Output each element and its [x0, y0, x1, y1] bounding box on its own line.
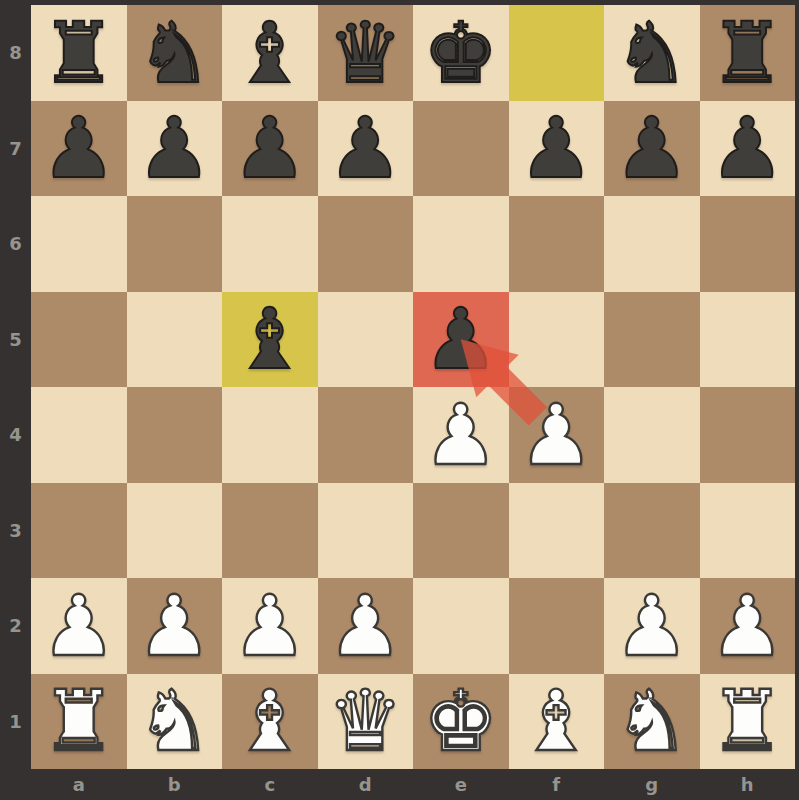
square-h3[interactable] — [700, 483, 796, 579]
white-rook[interactable]: ♜ — [710, 679, 785, 763]
file-label-b: b — [127, 769, 223, 800]
square-d6[interactable] — [318, 196, 414, 292]
square-a1[interactable]: ♜ — [31, 674, 127, 770]
square-e3[interactable] — [413, 483, 509, 579]
white-pawn[interactable]: ♟ — [519, 393, 594, 477]
white-pawn[interactable]: ♟ — [328, 584, 403, 668]
white-bishop[interactable]: ♝ — [232, 679, 307, 763]
square-e8[interactable]: ♚ — [413, 5, 509, 101]
square-d5[interactable] — [318, 292, 414, 388]
black-bishop[interactable]: ♝ — [232, 11, 307, 95]
square-g2[interactable]: ♟ — [604, 578, 700, 674]
square-e2[interactable] — [413, 578, 509, 674]
square-a2[interactable]: ♟ — [31, 578, 127, 674]
rank-label-1: 1 — [0, 674, 31, 770]
square-h8[interactable]: ♜ — [700, 5, 796, 101]
square-a7[interactable]: ♟ — [31, 101, 127, 197]
square-c5[interactable]: ♝ — [222, 292, 318, 388]
square-f5[interactable] — [509, 292, 605, 388]
file-label-e: e — [413, 769, 509, 800]
square-c7[interactable]: ♟ — [222, 101, 318, 197]
file-label-f: f — [509, 769, 605, 800]
square-e4[interactable]: ♟ — [413, 387, 509, 483]
square-h7[interactable]: ♟ — [700, 101, 796, 197]
square-c3[interactable] — [222, 483, 318, 579]
white-pawn[interactable]: ♟ — [423, 393, 498, 477]
black-knight[interactable]: ♞ — [614, 11, 689, 95]
square-g7[interactable]: ♟ — [604, 101, 700, 197]
square-a4[interactable] — [31, 387, 127, 483]
white-knight[interactable]: ♞ — [137, 679, 212, 763]
square-d8[interactable]: ♛ — [318, 5, 414, 101]
black-pawn[interactable]: ♟ — [519, 106, 594, 190]
square-g3[interactable] — [604, 483, 700, 579]
black-king[interactable]: ♚ — [423, 11, 498, 95]
white-bishop[interactable]: ♝ — [519, 679, 594, 763]
white-pawn[interactable]: ♟ — [614, 584, 689, 668]
square-b4[interactable] — [127, 387, 223, 483]
square-b7[interactable]: ♟ — [127, 101, 223, 197]
square-e1[interactable]: ♚ — [413, 674, 509, 770]
square-b8[interactable]: ♞ — [127, 5, 223, 101]
square-d2[interactable]: ♟ — [318, 578, 414, 674]
square-f4[interactable]: ♟ — [509, 387, 605, 483]
white-queen[interactable]: ♛ — [328, 679, 403, 763]
black-rook[interactable]: ♜ — [710, 11, 785, 95]
rank-label-3: 3 — [0, 483, 31, 579]
square-e7[interactable] — [413, 101, 509, 197]
square-a8[interactable]: ♜ — [31, 5, 127, 101]
square-b2[interactable]: ♟ — [127, 578, 223, 674]
square-c4[interactable] — [222, 387, 318, 483]
black-pawn[interactable]: ♟ — [614, 106, 689, 190]
black-pawn[interactable]: ♟ — [423, 297, 498, 381]
square-f7[interactable]: ♟ — [509, 101, 605, 197]
black-pawn[interactable]: ♟ — [328, 106, 403, 190]
square-d4[interactable] — [318, 387, 414, 483]
rank-label-8: 8 — [0, 5, 31, 101]
rank-label-2: 2 — [0, 578, 31, 674]
square-b1[interactable]: ♞ — [127, 674, 223, 770]
black-pawn[interactable]: ♟ — [710, 106, 785, 190]
square-g4[interactable] — [604, 387, 700, 483]
square-b6[interactable] — [127, 196, 223, 292]
square-h4[interactable] — [700, 387, 796, 483]
white-pawn[interactable]: ♟ — [710, 584, 785, 668]
black-queen[interactable]: ♛ — [328, 11, 403, 95]
square-e5[interactable]: ♟ — [413, 292, 509, 388]
rank-label-6: 6 — [0, 196, 31, 292]
black-pawn[interactable]: ♟ — [232, 106, 307, 190]
black-knight[interactable]: ♞ — [137, 11, 212, 95]
square-g1[interactable]: ♞ — [604, 674, 700, 770]
chess-board: ♜♞♝♛♚♞♜♟♟♟♟♟♟♟♝♟♟♟♟♟♟♟♟♟♜♞♝♛♚♝♞♜ — [31, 5, 795, 769]
square-b3[interactable] — [127, 483, 223, 579]
square-d7[interactable]: ♟ — [318, 101, 414, 197]
square-h5[interactable] — [700, 292, 796, 388]
file-coordinates: abcdefgh — [31, 769, 795, 800]
file-label-a: a — [31, 769, 127, 800]
white-pawn[interactable]: ♟ — [137, 584, 212, 668]
white-knight[interactable]: ♞ — [614, 679, 689, 763]
square-h1[interactable]: ♜ — [700, 674, 796, 770]
file-label-c: c — [222, 769, 318, 800]
square-c8[interactable]: ♝ — [222, 5, 318, 101]
rank-coordinates: 87654321 — [0, 5, 31, 769]
square-f8[interactable] — [509, 5, 605, 101]
square-g8[interactable]: ♞ — [604, 5, 700, 101]
square-h2[interactable]: ♟ — [700, 578, 796, 674]
rank-label-7: 7 — [0, 101, 31, 197]
black-pawn[interactable]: ♟ — [41, 106, 116, 190]
square-c2[interactable]: ♟ — [222, 578, 318, 674]
black-rook[interactable]: ♜ — [41, 11, 116, 95]
file-label-h: h — [700, 769, 796, 800]
rank-label-5: 5 — [0, 292, 31, 388]
rank-label-4: 4 — [0, 387, 31, 483]
white-pawn[interactable]: ♟ — [41, 584, 116, 668]
file-label-d: d — [318, 769, 414, 800]
square-f3[interactable] — [509, 483, 605, 579]
square-c6[interactable] — [222, 196, 318, 292]
white-pawn[interactable]: ♟ — [232, 584, 307, 668]
square-b5[interactable] — [127, 292, 223, 388]
square-e6[interactable] — [413, 196, 509, 292]
chess-app-stage: 87654321 ♜♞♝♛♚♞♜♟♟♟♟♟♟♟♝♟♟♟♟♟♟♟♟♟♜♞♝♛♚♝♞… — [0, 0, 799, 800]
square-c1[interactable]: ♝ — [222, 674, 318, 770]
square-f6[interactable] — [509, 196, 605, 292]
black-bishop[interactable]: ♝ — [232, 297, 307, 381]
square-g6[interactable] — [604, 196, 700, 292]
square-a6[interactable] — [31, 196, 127, 292]
square-d3[interactable] — [318, 483, 414, 579]
white-rook[interactable]: ♜ — [41, 679, 116, 763]
square-g5[interactable] — [604, 292, 700, 388]
square-d1[interactable]: ♛ — [318, 674, 414, 770]
black-pawn[interactable]: ♟ — [137, 106, 212, 190]
square-f1[interactable]: ♝ — [509, 674, 605, 770]
square-h6[interactable] — [700, 196, 796, 292]
square-a3[interactable] — [31, 483, 127, 579]
file-label-g: g — [604, 769, 700, 800]
white-king[interactable]: ♚ — [423, 679, 498, 763]
square-f2[interactable] — [509, 578, 605, 674]
square-a5[interactable] — [31, 292, 127, 388]
